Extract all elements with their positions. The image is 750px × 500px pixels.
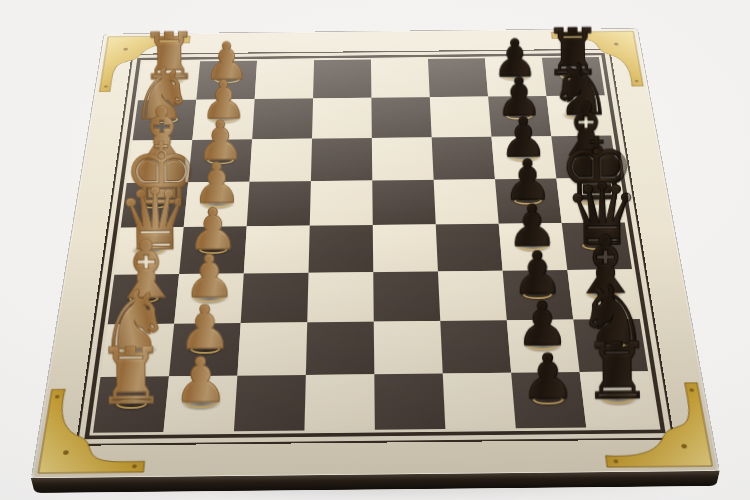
square-f6[interactable] [432,137,495,180]
square-h3[interactable] [255,60,314,99]
square-g3[interactable] [252,98,313,139]
square-e4[interactable] [310,180,373,225]
square-f3[interactable] [250,139,312,182]
chess-board: ♜♟♟♜♞♟♟♞♝♟♟♝♚♟♟♚♛♟♟♛♝♟♟♝♞♟♟♞♜♟♟♜ [32,29,719,478]
square-c4[interactable] [307,272,374,322]
square-a4[interactable] [304,374,374,430]
square-g6[interactable] [430,97,492,138]
square-h5[interactable] [371,59,430,98]
board-edge [31,471,720,493]
square-b6[interactable] [440,320,511,373]
square-c6[interactable] [438,271,507,321]
square-d4[interactable] [309,225,374,273]
square-b5[interactable] [374,321,443,374]
square-a2[interactable]: ♟ [163,376,237,432]
square-e6[interactable] [434,179,499,224]
stage: ♜♟♟♜♞♟♟♞♝♟♟♝♚♟♟♚♛♟♟♛♝♟♟♝♞♟♟♞♜♟♟♜ [0,0,750,500]
square-f5[interactable] [372,137,434,180]
black-rook-a8[interactable]: ♜ [582,332,652,410]
square-a5[interactable] [374,373,445,429]
board-squares-grid: ♜♟♟♜♞♟♟♞♝♟♟♝♚♟♟♚♛♟♟♛♝♟♟♝♞♟♟♞♜♟♟♜ [93,57,657,433]
black-pawn-a7[interactable]: ♟ [513,346,583,408]
square-h6[interactable] [428,58,488,97]
square-d5[interactable] [373,224,438,272]
white-pawn-a2[interactable]: ♟ [166,349,236,411]
square-d6[interactable] [436,224,503,272]
square-g5[interactable] [371,97,431,138]
scene: ♜♟♟♜♞♟♟♞♝♟♟♝♚♟♟♚♛♟♟♛♝♟♟♝♞♟♟♞♜♟♟♜ [0,0,750,500]
square-e3[interactable] [247,181,311,226]
square-b4[interactable] [306,322,374,375]
square-g4[interactable] [312,98,372,139]
square-b3[interactable] [237,322,307,375]
square-f4[interactable] [311,138,372,181]
square-h4[interactable] [313,59,371,98]
square-a7[interactable]: ♟ [511,372,586,428]
square-c3[interactable] [241,273,309,323]
square-e5[interactable] [372,180,435,225]
white-rook-a1[interactable]: ♜ [96,337,166,415]
square-a6[interactable] [443,373,516,429]
square-d3[interactable] [244,226,310,274]
square-c5[interactable] [373,271,440,321]
square-a3[interactable] [234,375,306,431]
